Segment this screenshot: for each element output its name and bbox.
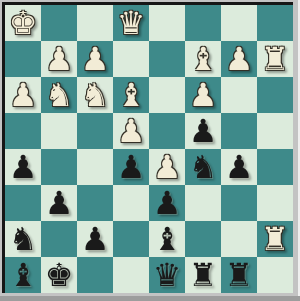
black-pawn[interactable]: ♟ (45, 185, 74, 221)
square-r5-c5[interactable] (185, 185, 221, 221)
square-r2-c7[interactable] (257, 77, 293, 113)
black-knight[interactable]: ♞ (9, 221, 38, 257)
black-bishop[interactable]: ♝ (153, 221, 182, 257)
square-r1-c4[interactable] (149, 41, 185, 77)
black-knight[interactable]: ♞ (189, 149, 218, 185)
black-pawn[interactable]: ♟ (81, 221, 110, 257)
black-king[interactable]: ♚ (45, 257, 74, 293)
square-r5-c0[interactable] (5, 185, 41, 221)
square-r3-c1[interactable] (41, 113, 77, 149)
black-pawn[interactable]: ♟ (189, 113, 218, 149)
square-r7-c5[interactable]: ♜ (185, 257, 221, 293)
square-r5-c6[interactable] (221, 185, 257, 221)
white-bishop[interactable]: ♝ (189, 41, 218, 77)
square-r3-c2[interactable] (77, 113, 113, 149)
board-frame: ♚♛♟♟♝♟♜♟♞♞♝♟♟♟♟♟♟♞♟♟♟♞♟♝♜♝♚♛♜♜ (2, 2, 293, 293)
square-r2-c1[interactable]: ♞ (41, 77, 77, 113)
square-r7-c6[interactable]: ♜ (221, 257, 257, 293)
square-r1-c3[interactable] (113, 41, 149, 77)
square-r1-c7[interactable]: ♜ (257, 41, 293, 77)
square-r0-c0[interactable]: ♚ (5, 5, 41, 41)
square-r6-c0[interactable]: ♞ (5, 221, 41, 257)
square-r4-c5[interactable]: ♞ (185, 149, 221, 185)
square-r3-c6[interactable] (221, 113, 257, 149)
square-r0-c6[interactable] (221, 5, 257, 41)
black-pawn[interactable]: ♟ (117, 149, 146, 185)
square-r0-c7[interactable] (257, 5, 293, 41)
square-r1-c5[interactable]: ♝ (185, 41, 221, 77)
square-r7-c1[interactable]: ♚ (41, 257, 77, 293)
square-r1-c2[interactable]: ♟ (77, 41, 113, 77)
black-bishop[interactable]: ♝ (9, 257, 38, 293)
square-r6-c6[interactable] (221, 221, 257, 257)
white-rook[interactable]: ♜ (261, 41, 290, 77)
square-r3-c0[interactable] (5, 113, 41, 149)
white-pawn[interactable]: ♟ (81, 41, 110, 77)
square-r4-c0[interactable]: ♟ (5, 149, 41, 185)
chess-board[interactable]: ♚♛♟♟♝♟♜♟♞♞♝♟♟♟♟♟♟♞♟♟♟♞♟♝♜♝♚♛♜♜ (5, 5, 293, 293)
white-bishop[interactable]: ♝ (117, 77, 146, 113)
square-r6-c7[interactable]: ♜ (257, 221, 293, 257)
square-r3-c5[interactable]: ♟ (185, 113, 221, 149)
square-r3-c3[interactable]: ♟ (113, 113, 149, 149)
white-pawn[interactable]: ♟ (153, 149, 182, 185)
white-pawn[interactable]: ♟ (9, 77, 38, 113)
white-pawn[interactable]: ♟ (45, 41, 74, 77)
frame-bottom-strip (0, 296, 300, 301)
square-r5-c4[interactable]: ♟ (149, 185, 185, 221)
square-r7-c2[interactable] (77, 257, 113, 293)
square-r2-c4[interactable] (149, 77, 185, 113)
square-r3-c4[interactable] (149, 113, 185, 149)
black-pawn[interactable]: ♟ (153, 185, 182, 221)
black-pawn[interactable]: ♟ (9, 149, 38, 185)
frame-right-highlight (298, 0, 300, 301)
white-pawn[interactable]: ♟ (117, 113, 146, 149)
square-r3-c7[interactable] (257, 113, 293, 149)
square-r7-c4[interactable]: ♛ (149, 257, 185, 293)
square-r5-c7[interactable] (257, 185, 293, 221)
white-queen[interactable]: ♛ (117, 5, 146, 41)
white-knight[interactable]: ♞ (45, 77, 74, 113)
square-r0-c1[interactable] (41, 5, 77, 41)
black-pawn[interactable]: ♟ (225, 149, 254, 185)
square-r6-c4[interactable]: ♝ (149, 221, 185, 257)
square-r4-c6[interactable]: ♟ (221, 149, 257, 185)
square-r0-c3[interactable]: ♛ (113, 5, 149, 41)
square-r2-c2[interactable]: ♞ (77, 77, 113, 113)
square-r4-c2[interactable] (77, 149, 113, 185)
black-queen[interactable]: ♛ (153, 257, 182, 293)
square-r6-c2[interactable]: ♟ (77, 221, 113, 257)
square-r6-c1[interactable] (41, 221, 77, 257)
square-r0-c5[interactable] (185, 5, 221, 41)
square-r2-c0[interactable]: ♟ (5, 77, 41, 113)
chess-app-window: ♚♛♟♟♝♟♜♟♞♞♝♟♟♟♟♟♟♞♟♟♟♞♟♝♜♝♚♛♜♜ (0, 0, 300, 301)
square-r5-c2[interactable] (77, 185, 113, 221)
square-r6-c5[interactable] (185, 221, 221, 257)
white-rook[interactable]: ♜ (261, 221, 290, 257)
square-r4-c1[interactable] (41, 149, 77, 185)
square-r4-c3[interactable]: ♟ (113, 149, 149, 185)
square-r1-c0[interactable] (5, 41, 41, 77)
white-king[interactable]: ♚ (9, 5, 38, 41)
square-r2-c6[interactable] (221, 77, 257, 113)
square-r1-c6[interactable]: ♟ (221, 41, 257, 77)
square-r7-c3[interactable] (113, 257, 149, 293)
square-r5-c3[interactable] (113, 185, 149, 221)
square-r5-c1[interactable]: ♟ (41, 185, 77, 221)
square-r4-c4[interactable]: ♟ (149, 149, 185, 185)
square-r6-c3[interactable] (113, 221, 149, 257)
square-r4-c7[interactable] (257, 149, 293, 185)
square-r1-c1[interactable]: ♟ (41, 41, 77, 77)
square-r0-c4[interactable] (149, 5, 185, 41)
square-r2-c3[interactable]: ♝ (113, 77, 149, 113)
white-pawn[interactable]: ♟ (225, 41, 254, 77)
black-rook[interactable]: ♜ (225, 257, 254, 293)
square-r2-c5[interactable]: ♟ (185, 77, 221, 113)
square-r0-c2[interactable] (77, 5, 113, 41)
square-r7-c0[interactable]: ♝ (5, 257, 41, 293)
black-rook[interactable]: ♜ (189, 257, 218, 293)
square-r7-c7[interactable] (257, 257, 293, 293)
white-knight[interactable]: ♞ (81, 77, 110, 113)
white-pawn[interactable]: ♟ (189, 77, 218, 113)
